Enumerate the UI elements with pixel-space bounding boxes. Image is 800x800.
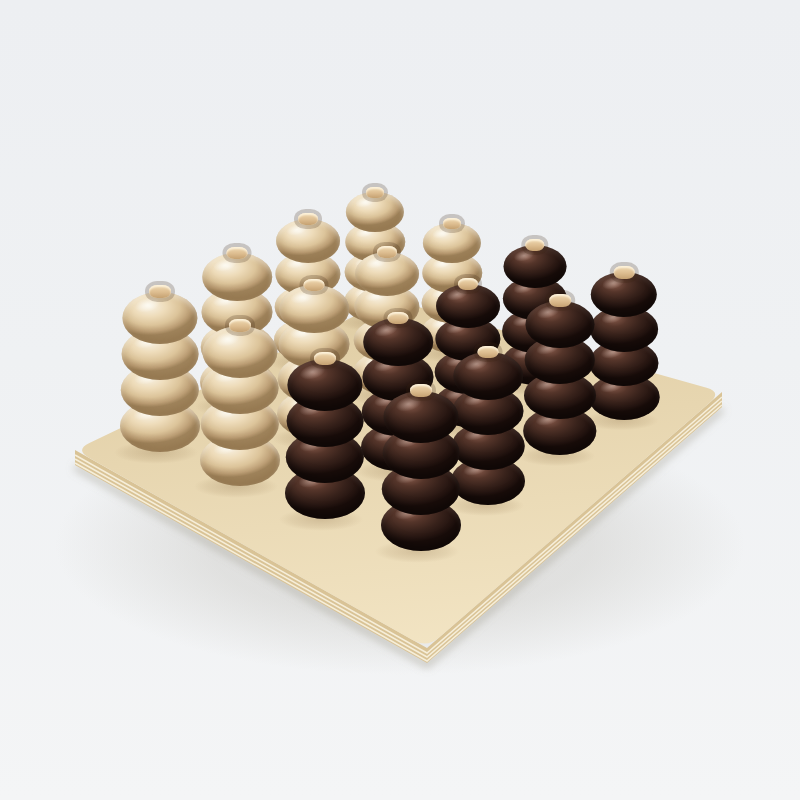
bead-dark[interactable] [591, 272, 657, 318]
scene [0, 0, 800, 800]
bead-dark[interactable] [453, 352, 523, 400]
stacks-layer [0, 0, 800, 800]
peg-tip [525, 239, 544, 251]
stack-r1c3[interactable] [285, 352, 365, 519]
bead-light[interactable] [355, 252, 419, 296]
bead-dark[interactable] [287, 359, 362, 411]
stack-r1c2[interactable] [200, 319, 280, 486]
bead-light[interactable] [279, 285, 349, 333]
stack-r1c1[interactable] [120, 285, 200, 452]
bead-light[interactable] [202, 326, 277, 378]
bead-light[interactable] [346, 192, 404, 232]
bead-light[interactable] [202, 253, 272, 301]
peg-tip [149, 285, 171, 298]
peg-tip [410, 384, 432, 397]
stack-r2c4[interactable] [451, 346, 525, 505]
stack-r1c4[interactable] [381, 384, 461, 551]
peg-tip [388, 312, 409, 324]
peg-tip [549, 294, 571, 307]
peg-tip [366, 187, 384, 198]
peg-tip [314, 352, 336, 365]
peg-tip [443, 218, 461, 229]
peg-tip [298, 213, 318, 225]
bead-dark[interactable] [525, 301, 594, 349]
stack-r4c4[interactable] [589, 266, 660, 420]
peg-tip [478, 346, 499, 358]
bead-dark[interactable] [363, 318, 433, 366]
peg-tip [229, 319, 251, 332]
peg-tip [304, 279, 325, 291]
stack-r3c4[interactable] [523, 294, 596, 455]
peg-tip [227, 247, 248, 259]
peg-tip [377, 246, 397, 258]
peg-tip [614, 266, 635, 279]
bead-light[interactable] [423, 223, 481, 263]
bead-dark[interactable] [504, 245, 567, 288]
bead-dark[interactable] [436, 284, 500, 328]
bead-light[interactable] [276, 219, 340, 263]
peg-tip [458, 278, 478, 290]
bead-light[interactable] [122, 292, 197, 344]
bead-dark[interactable] [383, 391, 458, 443]
